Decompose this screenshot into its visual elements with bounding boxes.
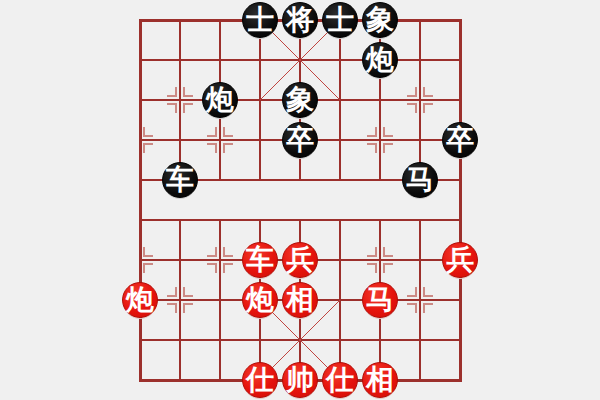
xiangqi-board: 士将士象炮炮象卒卒车马车兵兵炮炮相马仕帅仕相 bbox=[0, 0, 600, 400]
red-chariot[interactable]: 车 bbox=[242, 242, 278, 278]
black-advisor[interactable]: 士 bbox=[242, 2, 278, 38]
black-soldier[interactable]: 卒 bbox=[282, 122, 318, 158]
red-advisor[interactable]: 仕 bbox=[242, 362, 278, 398]
red-horse[interactable]: 马 bbox=[362, 282, 398, 318]
black-cannon[interactable]: 炮 bbox=[202, 82, 238, 118]
black-elephant[interactable]: 象 bbox=[282, 82, 318, 118]
black-elephant[interactable]: 象 bbox=[362, 2, 398, 38]
red-advisor[interactable]: 仕 bbox=[322, 362, 358, 398]
red-general[interactable]: 帅 bbox=[282, 362, 318, 398]
red-soldier[interactable]: 兵 bbox=[442, 242, 478, 278]
red-elephant[interactable]: 相 bbox=[362, 362, 398, 398]
board-grid[interactable]: 士将士象炮炮象卒卒车马车兵兵炮炮相马仕帅仕相 bbox=[120, 0, 480, 400]
red-soldier[interactable]: 兵 bbox=[282, 242, 318, 278]
black-general[interactable]: 将 bbox=[282, 2, 318, 38]
black-cannon[interactable]: 炮 bbox=[362, 42, 398, 78]
black-soldier[interactable]: 卒 bbox=[442, 122, 478, 158]
red-cannon[interactable]: 炮 bbox=[122, 282, 158, 318]
red-elephant[interactable]: 相 bbox=[282, 282, 318, 318]
screen: { "game": "xiangqi", "position": "3akab2… bbox=[0, 0, 600, 400]
black-advisor[interactable]: 士 bbox=[322, 2, 358, 38]
red-cannon[interactable]: 炮 bbox=[242, 282, 278, 318]
black-chariot[interactable]: 车 bbox=[162, 162, 198, 198]
black-horse[interactable]: 马 bbox=[402, 162, 438, 198]
